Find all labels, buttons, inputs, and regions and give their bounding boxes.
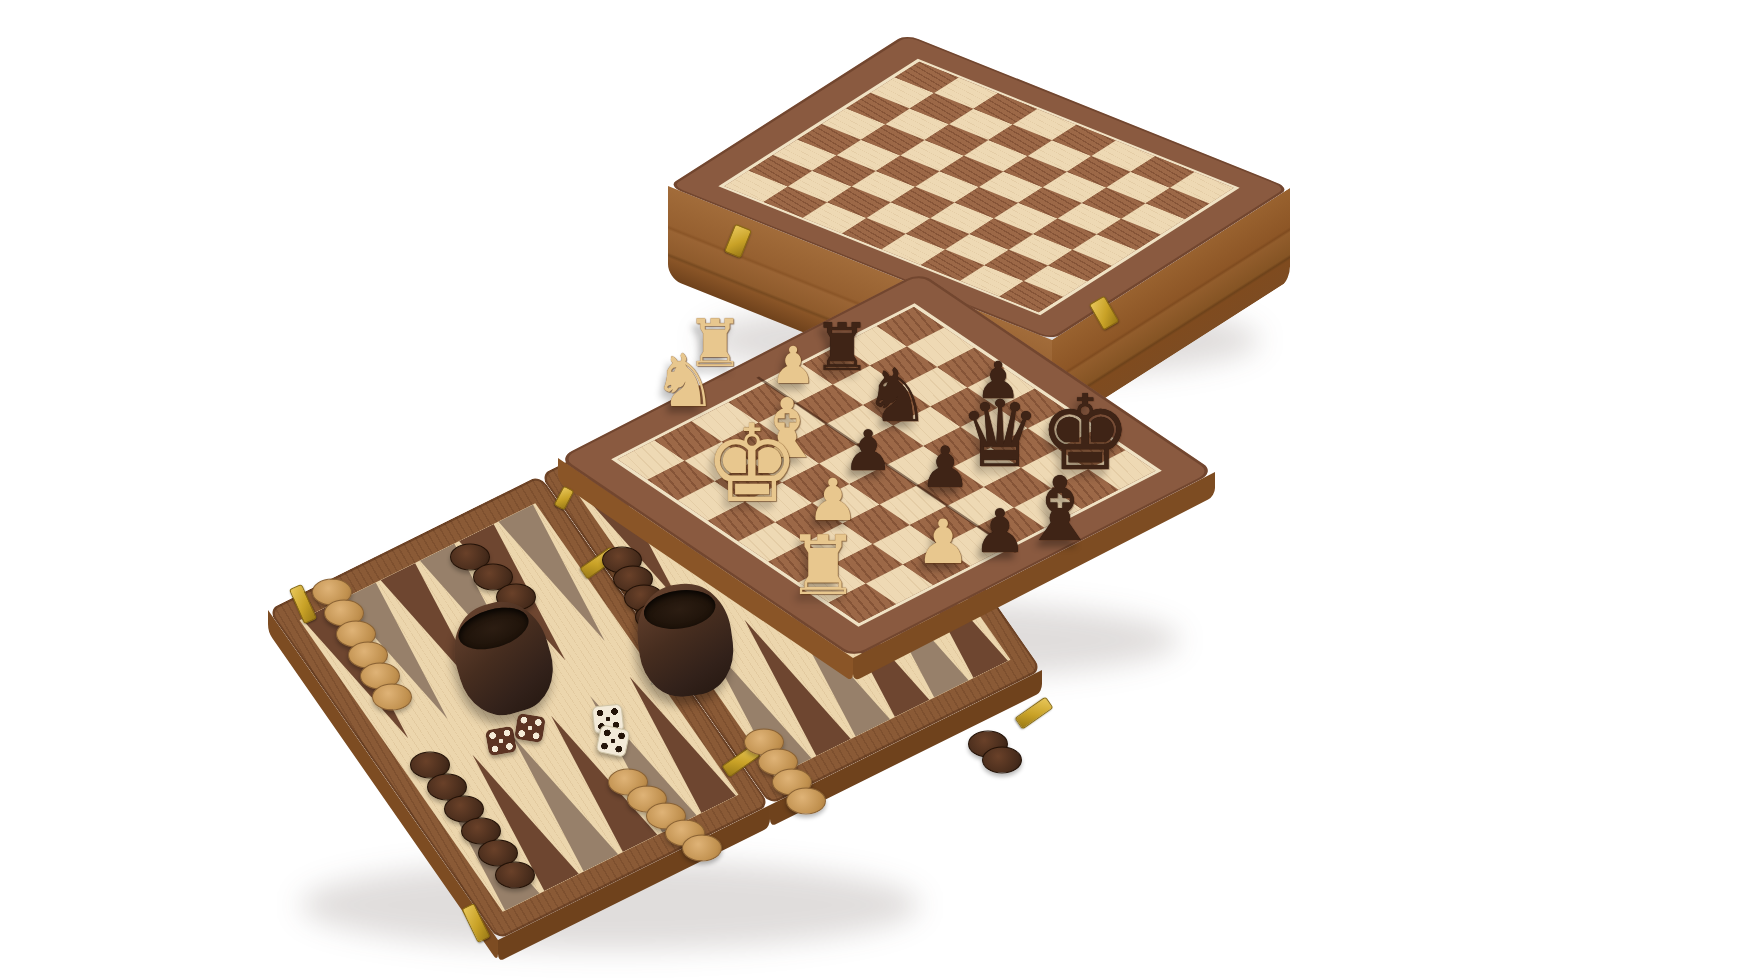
brass-hardware-layer: [0, 0, 1740, 979]
backgammon-hinge: [721, 744, 760, 777]
backgammon-hinge: [579, 546, 618, 579]
closed-case-clasp: [724, 224, 752, 259]
product-photo-scene: 64 8 ♜♜♟♟♞♞♝♛♟♚♟♚♟♝♟♟♜: [0, 0, 1740, 979]
backgammon-hinge: [289, 584, 317, 624]
chess-case-clasp: [554, 485, 575, 510]
backgammon-hinge: [461, 903, 490, 943]
closed-case-clasp: [1089, 296, 1120, 331]
backgammon-hinge: [1014, 696, 1053, 729]
